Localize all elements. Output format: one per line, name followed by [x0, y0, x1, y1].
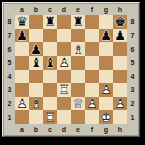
square-g4[interactable] — [99, 70, 113, 84]
piece-white-rook[interactable]: ♜♖ — [58, 83, 70, 96]
rank-label-left-4: 4 — [4, 70, 15, 84]
piece-black-rook[interactable]: ♜ — [72, 15, 84, 28]
square-h7[interactable]: ♟ — [113, 29, 127, 43]
square-e5[interactable] — [71, 56, 85, 70]
square-g1[interactable]: ♚♔ — [99, 110, 113, 124]
black-pawn-glyph: ♟ — [30, 43, 42, 56]
square-c5[interactable]: ♝ — [43, 56, 57, 70]
piece-black-pawn[interactable]: ♟ — [114, 29, 126, 42]
board-grid: abcdefgh8♛♜♜♚87♟♟♟76♟♝♗65♝♝♟♙5443♜♖♟♙32♟… — [4, 4, 138, 135]
square-c6[interactable] — [43, 42, 57, 56]
rank-label-right-4: 4 — [127, 70, 138, 84]
square-a1[interactable] — [15, 110, 29, 124]
square-d4[interactable] — [57, 70, 71, 84]
square-c7[interactable] — [43, 29, 57, 43]
board-frame-corner — [127, 124, 138, 135]
white-king-glyph: ♔ — [100, 111, 112, 124]
square-f1[interactable] — [85, 110, 99, 124]
file-label-top-d: d — [57, 4, 71, 15]
file-label-bottom-b: b — [29, 124, 43, 135]
square-d7[interactable] — [57, 29, 71, 43]
file-label-top-a: a — [15, 4, 29, 15]
board-frame-corner — [4, 124, 15, 135]
rank-label-right-5: 5 — [127, 56, 138, 70]
rank-label-left-5: 5 — [4, 56, 15, 70]
piece-white-pawn[interactable]: ♟♙ — [114, 97, 126, 110]
black-rook-glyph: ♜ — [72, 15, 84, 28]
square-d1[interactable] — [57, 110, 71, 124]
square-a3[interactable] — [15, 83, 29, 97]
square-h2[interactable]: ♟♙ — [113, 97, 127, 111]
square-a7[interactable]: ♟ — [15, 29, 29, 43]
square-e4[interactable] — [71, 70, 85, 84]
rank-label-right-6: 6 — [127, 42, 138, 56]
rank-label-left-2: 2 — [4, 97, 15, 111]
square-e1[interactable] — [71, 110, 85, 124]
square-f5[interactable] — [85, 56, 99, 70]
square-b5[interactable]: ♝ — [29, 56, 43, 70]
rank-label-right-8: 8 — [127, 15, 138, 29]
rank-label-right-2: 2 — [127, 97, 138, 111]
piece-white-bishop[interactable]: ♝♗ — [72, 43, 84, 56]
piece-white-queen[interactable]: ♛♕ — [72, 97, 84, 110]
file-label-bottom-d: d — [57, 124, 71, 135]
white-pawn-glyph: ♙ — [86, 97, 98, 110]
white-pawn-glyph: ♙ — [58, 56, 70, 69]
file-label-top-g: g — [99, 4, 113, 15]
square-b6[interactable]: ♟ — [29, 42, 43, 56]
square-h1[interactable] — [113, 110, 127, 124]
square-d6[interactable] — [57, 42, 71, 56]
file-label-top-f: f — [85, 4, 99, 15]
square-h6[interactable] — [113, 42, 127, 56]
piece-white-pawn[interactable]: ♟♙ — [86, 97, 98, 110]
square-f2[interactable]: ♟♙ — [85, 97, 99, 111]
rank-label-left-8: 8 — [4, 15, 15, 29]
black-bishop-glyph: ♝ — [30, 56, 42, 69]
board-window: abcdefgh8♛♜♜♚87♟♟♟76♟♝♗65♝♝♟♙5443♜♖♟♙32♟… — [2, 2, 140, 137]
square-f8[interactable] — [85, 15, 99, 29]
piece-white-pawn[interactable]: ♟♙ — [100, 83, 112, 96]
board-frame-corner — [127, 4, 138, 15]
piece-black-pawn[interactable]: ♟ — [16, 29, 28, 42]
square-c2[interactable] — [43, 97, 57, 111]
square-f3[interactable] — [85, 83, 99, 97]
file-label-bottom-e: e — [71, 124, 85, 135]
square-f7[interactable] — [85, 29, 99, 43]
square-b8[interactable] — [29, 15, 43, 29]
piece-white-king[interactable]: ♚♔ — [100, 111, 112, 124]
square-e8[interactable]: ♜ — [71, 15, 85, 29]
square-c8[interactable]: ♜ — [43, 15, 57, 29]
piece-black-pawn[interactable]: ♟ — [100, 29, 112, 42]
file-label-top-e: e — [71, 4, 85, 15]
white-pawn-glyph: ♙ — [16, 97, 28, 110]
file-label-top-h: h — [113, 4, 127, 15]
piece-black-bishop[interactable]: ♝ — [44, 56, 56, 69]
square-f6[interactable] — [85, 42, 99, 56]
rank-label-left-3: 3 — [4, 83, 15, 97]
rank-label-right-7: 7 — [127, 29, 138, 43]
square-g7[interactable]: ♟ — [99, 29, 113, 43]
white-rook-glyph: ♖ — [44, 111, 56, 124]
chessboard-screenshot: abcdefgh8♛♜♜♚87♟♟♟76♟♝♗65♝♝♟♙5443♜♖♟♙32♟… — [0, 0, 145, 145]
square-a2[interactable]: ♟♙ — [15, 97, 29, 111]
white-pawn-glyph: ♙ — [114, 97, 126, 110]
file-label-bottom-h: h — [113, 124, 127, 135]
rank-label-left-6: 6 — [4, 42, 15, 56]
file-label-bottom-f: f — [85, 124, 99, 135]
square-e7[interactable] — [71, 29, 85, 43]
square-a8[interactable]: ♛ — [15, 15, 29, 29]
rank-label-left-1: 1 — [4, 110, 15, 124]
piece-white-rook[interactable]: ♜♖ — [44, 111, 56, 124]
rank-label-right-1: 1 — [127, 110, 138, 124]
square-c4[interactable] — [43, 70, 57, 84]
black-pawn-glyph: ♟ — [16, 29, 28, 42]
square-e2[interactable]: ♛♕ — [71, 97, 85, 111]
white-bishop-glyph: ♗ — [72, 43, 84, 56]
square-g6[interactable] — [99, 42, 113, 56]
white-bishop-glyph: ♗ — [30, 97, 42, 110]
square-g8[interactable] — [99, 15, 113, 29]
square-b1[interactable] — [29, 110, 43, 124]
square-h5[interactable] — [113, 56, 127, 70]
piece-white-pawn[interactable]: ♟♙ — [16, 97, 28, 110]
square-f4[interactable] — [85, 70, 99, 84]
piece-white-bishop[interactable]: ♝♗ — [30, 97, 42, 110]
square-c3[interactable] — [43, 83, 57, 97]
square-b3[interactable] — [29, 83, 43, 97]
rank-label-left-7: 7 — [4, 29, 15, 43]
square-h4[interactable] — [113, 70, 127, 84]
white-queen-glyph: ♕ — [72, 97, 84, 110]
square-d3[interactable]: ♜♖ — [57, 83, 71, 97]
piece-black-queen[interactable]: ♛ — [16, 15, 28, 28]
square-b4[interactable] — [29, 70, 43, 84]
square-a5[interactable] — [15, 56, 29, 70]
square-d2[interactable] — [57, 97, 71, 111]
file-label-bottom-c: c — [43, 124, 57, 135]
square-d5[interactable]: ♟♙ — [57, 56, 71, 70]
piece-black-king[interactable]: ♚ — [114, 15, 126, 28]
square-g3[interactable]: ♟♙ — [99, 83, 113, 97]
square-a6[interactable] — [15, 42, 29, 56]
black-queen-glyph: ♛ — [16, 15, 28, 28]
black-rook-glyph: ♜ — [44, 15, 56, 28]
file-label-top-b: b — [29, 4, 43, 15]
rank-label-right-3: 3 — [127, 83, 138, 97]
square-e6[interactable]: ♝♗ — [71, 42, 85, 56]
white-rook-glyph: ♖ — [58, 83, 70, 96]
piece-black-rook[interactable]: ♜ — [44, 15, 56, 28]
white-pawn-glyph: ♙ — [100, 83, 112, 96]
square-d8[interactable] — [57, 15, 71, 29]
board-frame-corner — [4, 4, 15, 15]
piece-black-bishop[interactable]: ♝ — [30, 56, 42, 69]
square-h8[interactable]: ♚ — [113, 15, 127, 29]
square-b7[interactable] — [29, 29, 43, 43]
file-label-bottom-a: a — [15, 124, 29, 135]
square-g5[interactable] — [99, 56, 113, 70]
square-c1[interactable]: ♜♖ — [43, 110, 57, 124]
file-label-top-c: c — [43, 4, 57, 15]
square-g2[interactable] — [99, 97, 113, 111]
piece-white-pawn[interactable]: ♟♙ — [58, 56, 70, 69]
square-e3[interactable] — [71, 83, 85, 97]
file-label-bottom-g: g — [99, 124, 113, 135]
black-pawn-glyph: ♟ — [114, 29, 126, 42]
square-b2[interactable]: ♝♗ — [29, 97, 43, 111]
black-bishop-glyph: ♝ — [44, 56, 56, 69]
square-h3[interactable] — [113, 83, 127, 97]
black-pawn-glyph: ♟ — [100, 29, 112, 42]
black-king-glyph: ♚ — [114, 15, 126, 28]
piece-black-pawn[interactable]: ♟ — [30, 43, 42, 56]
square-a4[interactable] — [15, 70, 29, 84]
